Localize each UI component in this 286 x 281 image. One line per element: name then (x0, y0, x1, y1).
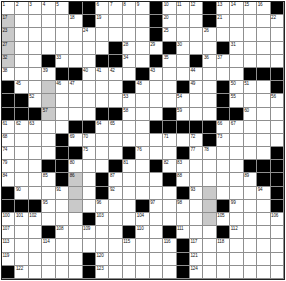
cell-r12c19[interactable] (244, 147, 257, 160)
cell-r15c17[interactable] (217, 187, 230, 200)
cell-r2c13[interactable]: 20 (163, 15, 176, 28)
cell-r11c6[interactable]: 69 (69, 134, 82, 147)
cell-r18c5[interactable]: 108 (56, 226, 69, 239)
cell-r14c3[interactable] (29, 173, 42, 186)
cell-r17c15[interactable] (190, 213, 203, 226)
cell-r8c10[interactable]: 53 (123, 94, 136, 107)
cell-r18c18[interactable]: 112 (230, 226, 243, 239)
cell-r14c10[interactable] (123, 173, 136, 186)
cell-r10c11[interactable] (136, 121, 149, 134)
cell-r20c4[interactable] (42, 253, 55, 266)
cell-r8c9[interactable] (109, 94, 122, 107)
cell-r4c5[interactable] (56, 42, 69, 55)
cell-r3c17[interactable] (217, 28, 230, 41)
cell-r6c14[interactable] (177, 68, 190, 81)
cell-r16c7[interactable] (83, 200, 96, 213)
cell-r2c18[interactable] (230, 15, 243, 28)
cell-r18c14[interactable]: 111 (177, 226, 190, 239)
cell-r13c2[interactable] (15, 160, 28, 173)
cell-r13c6[interactable]: 80 (69, 160, 82, 173)
cell-r17c17[interactable]: 105 (217, 213, 230, 226)
cell-r6c1[interactable]: 38 (2, 68, 15, 81)
cell-r5c16[interactable]: 36 (203, 55, 216, 68)
cell-r21c4[interactable] (42, 266, 55, 279)
cell-r6c15[interactable]: 44 (190, 68, 203, 81)
cell-r2c3[interactable] (29, 15, 42, 28)
cell-r21c17[interactable] (217, 266, 230, 279)
cell-r2c17[interactable]: 21 (217, 15, 230, 28)
cell-r20c5[interactable] (56, 253, 69, 266)
cell-r1c19[interactable]: 15 (244, 2, 257, 15)
cell-r3c2[interactable] (15, 28, 28, 41)
cell-r3c1[interactable]: 23 (2, 28, 15, 41)
cell-r12c13[interactable] (163, 147, 176, 160)
cell-r8c5[interactable] (56, 94, 69, 107)
cell-r1c13[interactable]: 10 (163, 2, 176, 15)
cell-r19c10[interactable]: 115 (123, 239, 136, 252)
cell-r18c7[interactable]: 109 (83, 226, 96, 239)
cell-r16c15[interactable] (190, 200, 203, 213)
cell-r21c6[interactable] (69, 266, 82, 279)
cell-r8c8[interactable] (96, 94, 109, 107)
cell-r13c15[interactable] (190, 160, 203, 173)
cell-r5c17[interactable]: 37 (217, 55, 230, 68)
cell-r13c16[interactable] (203, 160, 216, 173)
cell-r14c6[interactable]: 86 (69, 173, 82, 186)
cell-r19c8[interactable] (96, 239, 109, 252)
cell-r13c13[interactable]: 82 (163, 160, 176, 173)
cell-r8c16[interactable] (203, 94, 216, 107)
cell-r10c1[interactable]: 61 (2, 121, 15, 134)
cell-r17c4[interactable] (42, 213, 55, 226)
cell-r2c19[interactable] (244, 15, 257, 28)
cell-r16c18[interactable]: 99 (230, 200, 243, 213)
cell-r11c2[interactable] (15, 134, 28, 147)
cell-r3c3[interactable] (29, 28, 42, 41)
cell-r8c20[interactable] (257, 94, 270, 107)
cell-r2c21[interactable]: 22 (271, 15, 284, 28)
cell-r2c14[interactable] (177, 15, 190, 28)
cell-r18c9[interactable] (109, 226, 122, 239)
cell-r15c9[interactable]: 92 (109, 187, 122, 200)
cell-r5c20[interactable] (257, 55, 270, 68)
cell-r12c1[interactable]: 74 (2, 147, 15, 160)
cell-r9c16[interactable] (203, 108, 216, 121)
cell-r2c11[interactable] (136, 15, 149, 28)
cell-r15c19[interactable] (244, 187, 257, 200)
cell-r12c16[interactable]: 78 (203, 147, 216, 160)
cell-r10c10[interactable] (123, 121, 136, 134)
cell-r3c14[interactable] (177, 28, 190, 41)
cell-r13c7[interactable] (83, 160, 96, 173)
cell-r5c2[interactable] (15, 55, 28, 68)
cell-r10c3[interactable]: 63 (29, 121, 42, 134)
cell-r4c8[interactable] (96, 42, 109, 55)
cell-r17c1[interactable]: 100 (2, 213, 15, 226)
cell-r19c13[interactable]: 116 (163, 239, 176, 252)
cell-r20c16[interactable] (203, 253, 216, 266)
cell-r2c8[interactable]: 19 (96, 15, 109, 28)
cell-r19c21[interactable] (271, 239, 284, 252)
cell-r12c15[interactable]: 77 (190, 147, 203, 160)
cell-r7c12[interactable] (150, 81, 163, 94)
cell-r9c12[interactable] (150, 108, 163, 121)
cell-r1c14[interactable]: 11 (177, 2, 190, 15)
cell-r7c4[interactable] (42, 81, 55, 94)
cell-r6c10[interactable] (123, 68, 136, 81)
cell-r14c12[interactable] (150, 173, 163, 186)
cell-r20c3[interactable] (29, 253, 42, 266)
cell-r15c18[interactable] (230, 187, 243, 200)
cell-r20c10[interactable] (123, 253, 136, 266)
cell-r21c10[interactable] (123, 266, 136, 279)
cell-r12c20[interactable] (257, 147, 270, 160)
cell-r3c7[interactable]: 24 (83, 28, 96, 41)
cell-r19c16[interactable] (203, 239, 216, 252)
cell-r17c10[interactable] (123, 213, 136, 226)
cell-r9c20[interactable] (257, 108, 270, 121)
cell-r17c19[interactable] (244, 213, 257, 226)
cell-r9c6[interactable] (69, 108, 82, 121)
cell-r11c7[interactable]: 70 (83, 134, 96, 147)
cell-r7c7[interactable] (83, 81, 96, 94)
cell-r17c12[interactable] (150, 213, 163, 226)
cell-r16c13[interactable] (163, 200, 176, 213)
cell-r14c19[interactable]: 89 (244, 173, 257, 186)
cell-r12c7[interactable]: 75 (83, 147, 96, 160)
cell-r8c4[interactable] (42, 94, 55, 107)
cell-r2c10[interactable] (123, 15, 136, 28)
cell-r13c3[interactable] (29, 160, 42, 173)
cell-r20c1[interactable]: 119 (2, 253, 15, 266)
cell-r14c2[interactable] (15, 173, 28, 186)
cell-r16c6[interactable] (69, 200, 82, 213)
cell-r11c4[interactable] (42, 134, 55, 147)
cell-r5c7[interactable] (83, 55, 96, 68)
cell-r10c5[interactable] (56, 121, 69, 134)
cell-r3c19[interactable] (244, 28, 257, 41)
cell-r8c21[interactable]: 56 (271, 94, 284, 107)
cell-r15c7[interactable] (83, 187, 96, 200)
cell-r21c2[interactable]: 122 (15, 266, 28, 279)
cell-r3c11[interactable] (136, 28, 149, 41)
cell-r20c12[interactable] (150, 253, 163, 266)
cell-r7c2[interactable]: 45 (15, 81, 28, 94)
cell-r7c18[interactable]: 50 (230, 81, 243, 94)
cell-r19c2[interactable] (15, 239, 28, 252)
cell-r1c5[interactable]: 5 (56, 2, 69, 15)
cell-r4c6[interactable] (69, 42, 82, 55)
cell-r20c19[interactable] (244, 253, 257, 266)
cell-r9c15[interactable] (190, 108, 203, 121)
cell-r5c10[interactable]: 34 (123, 55, 136, 68)
cell-r16c12[interactable]: 97 (150, 200, 163, 213)
cell-r20c20[interactable] (257, 253, 270, 266)
cell-r17c8[interactable]: 103 (96, 213, 109, 226)
cell-r18c3[interactable] (29, 226, 42, 239)
cell-r19c5[interactable] (56, 239, 69, 252)
cell-r6c12[interactable]: 43 (150, 68, 163, 81)
cell-r17c11[interactable]: 104 (136, 213, 149, 226)
cell-r3c21[interactable] (271, 28, 284, 41)
cell-r2c6[interactable]: 18 (69, 15, 82, 28)
cell-r3c16[interactable]: 26 (203, 28, 216, 41)
cell-r12c8[interactable] (96, 147, 109, 160)
cell-r5c3[interactable] (29, 55, 42, 68)
cell-r4c18[interactable]: 31 (230, 42, 243, 55)
cell-r9c4[interactable]: 57 (42, 108, 55, 121)
cell-r1c17[interactable]: 13 (217, 2, 230, 15)
cell-r1c1[interactable]: 1 (2, 2, 15, 15)
cell-r16c14[interactable]: 98 (177, 200, 190, 213)
cell-r6c18[interactable] (230, 68, 243, 81)
cell-r1c8[interactable]: 6 (96, 2, 109, 15)
cell-r19c6[interactable] (69, 239, 82, 252)
cell-r11c15[interactable]: 72 (190, 134, 203, 147)
cell-r3c5[interactable] (56, 28, 69, 41)
cell-r11c18[interactable] (230, 134, 243, 147)
cell-r1c15[interactable]: 12 (190, 2, 203, 15)
cell-r19c18[interactable] (230, 239, 243, 252)
cell-r11c10[interactable] (123, 134, 136, 147)
cell-r5c14[interactable] (177, 55, 190, 68)
cell-r16c8[interactable]: 96 (96, 200, 109, 213)
cell-r20c2[interactable] (15, 253, 28, 266)
cell-r13c11[interactable] (136, 160, 149, 173)
cell-r20c11[interactable] (136, 253, 149, 266)
cell-r17c6[interactable] (69, 213, 82, 226)
cell-r21c16[interactable] (203, 266, 216, 279)
cell-r10c21[interactable] (271, 121, 284, 134)
cell-r11c19[interactable] (244, 134, 257, 147)
cell-r13c14[interactable]: 83 (177, 160, 190, 173)
cell-r11c8[interactable] (96, 134, 109, 147)
cell-r20c15[interactable]: 121 (190, 253, 203, 266)
cell-r6c9[interactable]: 42 (109, 68, 122, 81)
cell-r4c16[interactable] (203, 42, 216, 55)
cell-r11c9[interactable] (109, 134, 122, 147)
cell-r15c13[interactable] (163, 187, 176, 200)
cell-r13c1[interactable]: 79 (2, 160, 15, 173)
cell-r12c9[interactable] (109, 147, 122, 160)
cell-r11c21[interactable] (271, 134, 284, 147)
cell-r10c20[interactable] (257, 121, 270, 134)
cell-r7c8[interactable] (96, 81, 109, 94)
cell-r19c9[interactable] (109, 239, 122, 252)
cell-r21c20[interactable] (257, 266, 270, 279)
cell-r4c14[interactable]: 30 (177, 42, 190, 55)
cell-r18c8[interactable] (96, 226, 109, 239)
cell-r7c16[interactable] (203, 81, 216, 94)
cell-r10c2[interactable]: 62 (15, 121, 28, 134)
cell-r8c14[interactable]: 54 (177, 94, 190, 107)
cell-r1c3[interactable]: 3 (29, 2, 42, 15)
cell-r17c20[interactable] (257, 213, 270, 226)
cell-r12c18[interactable] (230, 147, 243, 160)
cell-r3c18[interactable] (230, 28, 243, 41)
cell-r14c11[interactable] (136, 173, 149, 186)
cell-r11c11[interactable] (136, 134, 149, 147)
cell-r15c15[interactable]: 93 (190, 187, 203, 200)
cell-r9c10[interactable]: 58 (123, 108, 136, 121)
cell-r15c20[interactable]: 94 (257, 187, 270, 200)
cell-r17c21[interactable]: 106 (271, 213, 284, 226)
cell-r2c9[interactable] (109, 15, 122, 28)
cell-r7c19[interactable]: 51 (244, 81, 257, 94)
cell-r11c20[interactable] (257, 134, 270, 147)
cell-r8c13[interactable] (163, 94, 176, 107)
cell-r1c4[interactable]: 4 (42, 2, 55, 15)
cell-r2c20[interactable] (257, 15, 270, 28)
cell-r21c15[interactable]: 124 (190, 266, 203, 279)
cell-r11c3[interactable] (29, 134, 42, 147)
cell-r7c3[interactable] (29, 81, 42, 94)
cell-r20c9[interactable] (109, 253, 122, 266)
cell-r7c9[interactable] (109, 81, 122, 94)
cell-r4c1[interactable]: 27 (2, 42, 15, 55)
cell-r4c12[interactable]: 29 (150, 42, 163, 55)
cell-r17c14[interactable] (177, 213, 190, 226)
cell-r10c18[interactable]: 67 (230, 121, 243, 134)
cell-r2c1[interactable]: 17 (2, 15, 15, 28)
cell-r14c14[interactable]: 88 (177, 173, 190, 186)
cell-r8c7[interactable] (83, 94, 96, 107)
cell-r3c8[interactable] (96, 28, 109, 41)
cell-r19c1[interactable]: 113 (2, 239, 15, 252)
cell-r7c20[interactable] (257, 81, 270, 94)
cell-r13c8[interactable] (96, 160, 109, 173)
cell-r20c6[interactable] (69, 253, 82, 266)
cell-r8c6[interactable] (69, 94, 82, 107)
cell-r6c4[interactable]: 39 (42, 68, 55, 81)
cell-r21c12[interactable] (150, 266, 163, 279)
cell-r16c9[interactable] (109, 200, 122, 213)
cell-r7c13[interactable] (163, 81, 176, 94)
cell-r10c17[interactable]: 66 (217, 121, 230, 134)
cell-r14c18[interactable] (230, 173, 243, 186)
cell-r2c15[interactable] (190, 15, 203, 28)
cell-r19c3[interactable] (29, 239, 42, 252)
cell-r4c2[interactable] (15, 42, 28, 55)
cell-r5c13[interactable]: 35 (163, 55, 176, 68)
cell-r5c11[interactable] (136, 55, 149, 68)
cell-r5c1[interactable]: 32 (2, 55, 15, 68)
cell-r21c18[interactable] (230, 266, 243, 279)
cell-r10c19[interactable] (244, 121, 257, 134)
cell-r10c8[interactable]: 64 (96, 121, 109, 134)
cell-r17c13[interactable] (163, 213, 176, 226)
cell-r8c12[interactable] (150, 94, 163, 107)
cell-r17c2[interactable]: 101 (15, 213, 28, 226)
cell-r3c6[interactable] (69, 28, 82, 41)
cell-r18c1[interactable]: 107 (2, 226, 15, 239)
cell-r21c21[interactable] (271, 266, 284, 279)
cell-r15c16[interactable] (203, 187, 216, 200)
cell-r17c9[interactable] (109, 213, 122, 226)
cell-r3c4[interactable] (42, 28, 55, 41)
cell-r6c17[interactable] (217, 68, 230, 81)
cell-r8c3[interactable]: 52 (29, 94, 42, 107)
cell-r19c15[interactable]: 117 (190, 239, 203, 252)
cell-r19c4[interactable]: 114 (42, 239, 55, 252)
cell-r14c1[interactable]: 84 (2, 173, 15, 186)
cell-r9c19[interactable]: 60 (244, 108, 257, 121)
cell-r16c10[interactable] (123, 200, 136, 213)
cell-r20c13[interactable] (163, 253, 176, 266)
cell-r10c4[interactable] (42, 121, 55, 134)
cell-r18c11[interactable]: 110 (136, 226, 149, 239)
cell-r12c3[interactable] (29, 147, 42, 160)
cell-r8c15[interactable] (190, 94, 203, 107)
cell-r14c9[interactable]: 87 (109, 173, 122, 186)
cell-r21c13[interactable] (163, 266, 176, 279)
cell-r13c10[interactable]: 81 (123, 160, 136, 173)
cell-r11c14[interactable] (177, 134, 190, 147)
cell-r9c7[interactable] (83, 108, 96, 121)
cell-r15c10[interactable] (123, 187, 136, 200)
cell-r1c10[interactable]: 8 (123, 2, 136, 15)
cell-r18c12[interactable] (150, 226, 163, 239)
cell-r6c13[interactable] (163, 68, 176, 81)
cell-r4c4[interactable] (42, 42, 55, 55)
cell-r3c9[interactable] (109, 28, 122, 41)
cell-r1c18[interactable]: 14 (230, 2, 243, 15)
cell-r21c11[interactable] (136, 266, 149, 279)
cell-r10c9[interactable]: 65 (109, 121, 122, 134)
cell-r21c3[interactable] (29, 266, 42, 279)
cell-r15c11[interactable] (136, 187, 149, 200)
cell-r7c15[interactable]: 49 (190, 81, 203, 94)
cell-r18c2[interactable] (15, 226, 28, 239)
cell-r15c5[interactable]: 91 (56, 187, 69, 200)
cell-r16c19[interactable] (244, 200, 257, 213)
cell-r12c4[interactable] (42, 147, 55, 160)
cell-r4c3[interactable] (29, 42, 42, 55)
cell-r20c18[interactable] (230, 253, 243, 266)
cell-r17c3[interactable]: 102 (29, 213, 42, 226)
cell-r9c5[interactable] (56, 108, 69, 121)
cell-r4c7[interactable] (83, 42, 96, 55)
cell-r5c5[interactable]: 33 (56, 55, 69, 68)
cell-r7c5[interactable]: 46 (56, 81, 69, 94)
cell-r11c1[interactable]: 68 (2, 134, 15, 147)
cell-r12c12[interactable] (150, 147, 163, 160)
cell-r14c7[interactable] (83, 173, 96, 186)
cell-r11c12[interactable] (150, 134, 163, 147)
cell-r16c4[interactable]: 95 (42, 200, 55, 213)
cell-r15c6[interactable] (69, 187, 82, 200)
cell-r6c3[interactable] (29, 68, 42, 81)
cell-r2c2[interactable] (15, 15, 28, 28)
cell-r19c19[interactable] (244, 239, 257, 252)
cell-r1c9[interactable]: 7 (109, 2, 122, 15)
cell-r6c7[interactable]: 40 (83, 68, 96, 81)
cell-r4c15[interactable] (190, 42, 203, 55)
cell-r7c11[interactable]: 48 (136, 81, 149, 94)
cell-r5c18[interactable] (230, 55, 243, 68)
cell-r17c18[interactable] (230, 213, 243, 226)
cell-r18c21[interactable] (271, 226, 284, 239)
cell-r1c20[interactable]: 16 (257, 2, 270, 15)
cell-r1c2[interactable]: 2 (15, 2, 28, 15)
cell-r3c10[interactable] (123, 28, 136, 41)
cell-r16c20[interactable] (257, 200, 270, 213)
cell-r18c20[interactable] (257, 226, 270, 239)
cell-r19c20[interactable] (257, 239, 270, 252)
cell-r13c17[interactable] (217, 160, 230, 173)
cell-r8c11[interactable] (136, 94, 149, 107)
cell-r19c7[interactable] (83, 239, 96, 252)
